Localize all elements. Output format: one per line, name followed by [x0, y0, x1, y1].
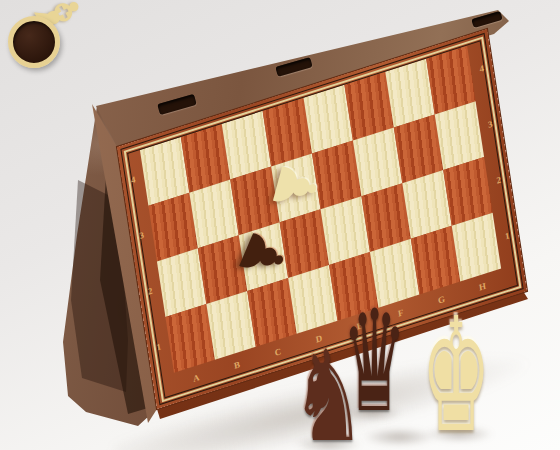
- square-d3: ♟: [271, 154, 320, 223]
- rank-label-left-1: 1: [148, 339, 169, 355]
- white-king: ♚: [418, 318, 494, 440]
- square-h1: [452, 213, 501, 282]
- white-pawn-on-d3: ♟: [262, 156, 329, 214]
- rank-label-right-2: 2: [488, 172, 509, 188]
- rank-label-left-2: 2: [140, 283, 161, 299]
- black-knight: ♞: [292, 344, 364, 448]
- felt-base: [8, 16, 60, 68]
- rank-label-right-4: 4: [471, 61, 492, 77]
- white-king-glyph: ♚: [421, 311, 491, 440]
- square-c2: ♟: [239, 222, 288, 291]
- rank-label-left-3: 3: [131, 227, 152, 243]
- chess-set-photo: ♟♟ 44332211ABCDEFGH ♛ ♞ ♝ ♚: [0, 0, 560, 450]
- rank-label-right-1: 1: [497, 228, 518, 244]
- black-knight-glyph: ♞: [291, 345, 366, 448]
- rank-label-left-4: 4: [123, 172, 144, 188]
- rank-label-right-3: 3: [480, 116, 501, 132]
